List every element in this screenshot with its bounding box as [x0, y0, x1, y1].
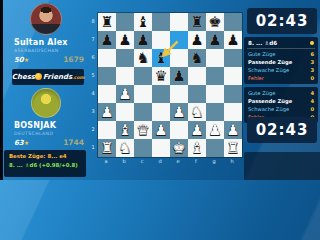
black-pawn: ♟: [134, 31, 152, 49]
black-pawn: ♟: [116, 31, 134, 49]
square-h1[interactable]: ♜: [224, 139, 242, 157]
player-card-top: Sultan Alex ASERBAIDSCHAN 50★ 1679: [6, 3, 86, 64]
played-move-eval-line: 8. ... ♗d6 (+0.98/+0.8): [9, 162, 86, 168]
stats-row-schwache: Schwache Züge3: [247, 66, 315, 74]
square-e2[interactable]: [170, 121, 188, 139]
square-f6[interactable]: ♞: [188, 49, 206, 67]
move-quality-panel-top: 8. ... ♗d6 Gute Züge6 Passende Züge3 Sch…: [244, 37, 318, 84]
stats-row-gute: Gute Züge4: [247, 89, 315, 97]
square-c1[interactable]: [134, 139, 152, 157]
square-b4[interactable]: ♟: [116, 85, 134, 103]
left-edge-strip: [0, 0, 3, 180]
square-c8[interactable]: ♝: [134, 13, 152, 31]
square-a4[interactable]: [98, 85, 116, 103]
square-h3[interactable]: [224, 103, 242, 121]
chess-board-area: 87654321 ♜♝♜♚♟♟♟♟♟♟♞♝♞♛♟♟♟♟♞♝♛♟♟♟♟♜♞♚♝♜ …: [89, 12, 243, 165]
square-d7[interactable]: [152, 31, 170, 49]
bottom-right-panel: [244, 152, 320, 180]
player-country-bottom: DEUTSCHLAND: [14, 131, 86, 136]
square-e1[interactable]: ♚: [170, 139, 188, 157]
square-g7[interactable]: ♟: [206, 31, 224, 49]
player-country-top: ASERBAIDSCHAN: [14, 48, 86, 53]
last-move-label: 8. ... ♗d6: [248, 40, 277, 46]
square-g4[interactable]: [206, 85, 224, 103]
player-card-bottom: BOSNJAK DEUTSCHLAND 63★ 1744: [6, 88, 86, 147]
square-a8[interactable]: ♜: [98, 13, 116, 31]
stats-row-gute: Gute Züge6: [247, 50, 315, 58]
square-a2[interactable]: [98, 121, 116, 139]
black-bishop: ♝: [152, 49, 170, 67]
square-h5[interactable]: [224, 67, 242, 85]
square-d4[interactable]: [152, 85, 170, 103]
stats-row-fehler: Fehler0: [247, 74, 315, 82]
white-bishop: ♝: [188, 139, 206, 157]
black-pawn: ♟: [170, 67, 188, 85]
square-a6[interactable]: [98, 49, 116, 67]
square-a5[interactable]: [98, 67, 116, 85]
black-queen: ♛: [152, 67, 170, 85]
square-b6[interactable]: [116, 49, 134, 67]
square-g2[interactable]: ♟: [206, 121, 224, 139]
square-e8[interactable]: [170, 13, 188, 31]
white-knight: ♞: [116, 139, 134, 157]
square-d6[interactable]: ♝: [152, 49, 170, 67]
square-f5[interactable]: [188, 67, 206, 85]
square-g3[interactable]: [206, 103, 224, 121]
white-knight: ♞: [188, 103, 206, 121]
black-bishop: ♝: [134, 13, 152, 31]
square-d2[interactable]: ♟: [152, 121, 170, 139]
white-pawn: ♟: [224, 121, 242, 139]
square-g8[interactable]: ♚: [206, 13, 224, 31]
square-a7[interactable]: ♟: [98, 31, 116, 49]
stats-row-schwache: Schwache Züge0: [247, 105, 315, 113]
square-d8[interactable]: [152, 13, 170, 31]
square-d1[interactable]: [152, 139, 170, 157]
star-icon: ★: [24, 56, 29, 63]
engine-analysis-box: Beste Züge: 8... e4 8. ... ♗d6 (+0.98/+0…: [4, 150, 86, 177]
square-h8[interactable]: [224, 13, 242, 31]
file-coordinates: abcdefgh: [97, 158, 243, 165]
square-e6[interactable]: [170, 49, 188, 67]
player-stars-top: 50★: [14, 56, 29, 64]
square-f3[interactable]: ♞: [188, 103, 206, 121]
square-c3[interactable]: [134, 103, 152, 121]
move-quality-dot-icon: [310, 41, 314, 45]
square-e4[interactable]: [170, 85, 188, 103]
square-b3[interactable]: [116, 103, 134, 121]
square-c2[interactable]: ♛: [134, 121, 152, 139]
white-pawn: ♟: [98, 103, 116, 121]
square-b7[interactable]: ♟: [116, 31, 134, 49]
square-g1[interactable]: [206, 139, 224, 157]
square-h2[interactable]: ♟: [224, 121, 242, 139]
square-d5[interactable]: ♛: [152, 67, 170, 85]
black-king: ♚: [206, 13, 224, 31]
white-rook: ♜: [98, 139, 116, 157]
white-pawn: ♟: [152, 121, 170, 139]
square-a3[interactable]: ♟: [98, 103, 116, 121]
white-pawn: ♟: [116, 85, 134, 103]
player-name-bottom: BOSNJAK: [14, 121, 86, 130]
black-rook: ♜: [188, 13, 206, 31]
stats-row-passende: Passende Züge3: [247, 58, 315, 66]
black-pawn: ♟: [206, 31, 224, 49]
square-e7[interactable]: [170, 31, 188, 49]
best-move-line: Beste Züge: 8... e4: [9, 153, 86, 159]
white-pawn: ♟: [188, 121, 206, 139]
square-c5[interactable]: [134, 67, 152, 85]
square-b5[interactable]: [116, 67, 134, 85]
player-rating-bottom: 1744: [63, 138, 84, 147]
clock-bottom-player: 02:43: [247, 117, 317, 143]
square-f7[interactable]: ♟: [188, 31, 206, 49]
white-queen: ♛: [134, 121, 152, 139]
square-d3[interactable]: [152, 103, 170, 121]
square-a1[interactable]: ♜: [98, 139, 116, 157]
square-h6[interactable]: [224, 49, 242, 67]
square-h7[interactable]: ♟: [224, 31, 242, 49]
black-pawn: ♟: [98, 31, 116, 49]
clock-top-player: 02:43: [247, 8, 317, 34]
stats-row-passende: Passende Züge4: [247, 97, 315, 105]
star-icon: ★: [24, 139, 29, 146]
player-stars-bottom: 63★: [14, 139, 29, 147]
square-f8[interactable]: ♜: [188, 13, 206, 31]
chess-board[interactable]: ♜♝♜♚♟♟♟♟♟♟♞♝♞♛♟♟♟♟♞♝♛♟♟♟♟♜♞♚♝♜: [97, 12, 243, 158]
square-f2[interactable]: ♟: [188, 121, 206, 139]
rank-coordinates: 87654321: [89, 12, 97, 158]
black-knight: ♞: [134, 49, 152, 67]
square-g5[interactable]: [206, 67, 224, 85]
square-f1[interactable]: ♝: [188, 139, 206, 157]
player-rating-top: 1679: [63, 55, 84, 64]
chessfriends-logo[interactable]: ChessFriends.com: [12, 69, 84, 85]
black-pawn: ♟: [188, 31, 206, 49]
white-pawn: ♟: [170, 103, 188, 121]
black-pawn: ♟: [224, 31, 242, 49]
square-b2[interactable]: ♝: [116, 121, 134, 139]
square-h4[interactable]: [224, 85, 242, 103]
black-knight: ♞: [188, 49, 206, 67]
black-rook: ♜: [98, 13, 116, 31]
square-b1[interactable]: ♞: [116, 139, 134, 157]
square-g6[interactable]: [206, 49, 224, 67]
square-b8[interactable]: [116, 13, 134, 31]
square-c6[interactable]: ♞: [134, 49, 152, 67]
white-king: ♚: [170, 139, 188, 157]
white-bishop: ♝: [116, 121, 134, 139]
square-c4[interactable]: [134, 85, 152, 103]
player-name-top: Sultan Alex: [14, 38, 86, 47]
avatar-top-player[interactable]: [30, 3, 62, 35]
square-f4[interactable]: [188, 85, 206, 103]
avatar-bottom-player[interactable]: [31, 88, 61, 118]
globe-icon: [35, 73, 42, 80]
white-pawn: ♟: [206, 121, 224, 139]
square-e3[interactable]: ♟: [170, 103, 188, 121]
white-rook: ♜: [224, 139, 242, 157]
square-e5[interactable]: ♟: [170, 67, 188, 85]
square-c7[interactable]: ♟: [134, 31, 152, 49]
